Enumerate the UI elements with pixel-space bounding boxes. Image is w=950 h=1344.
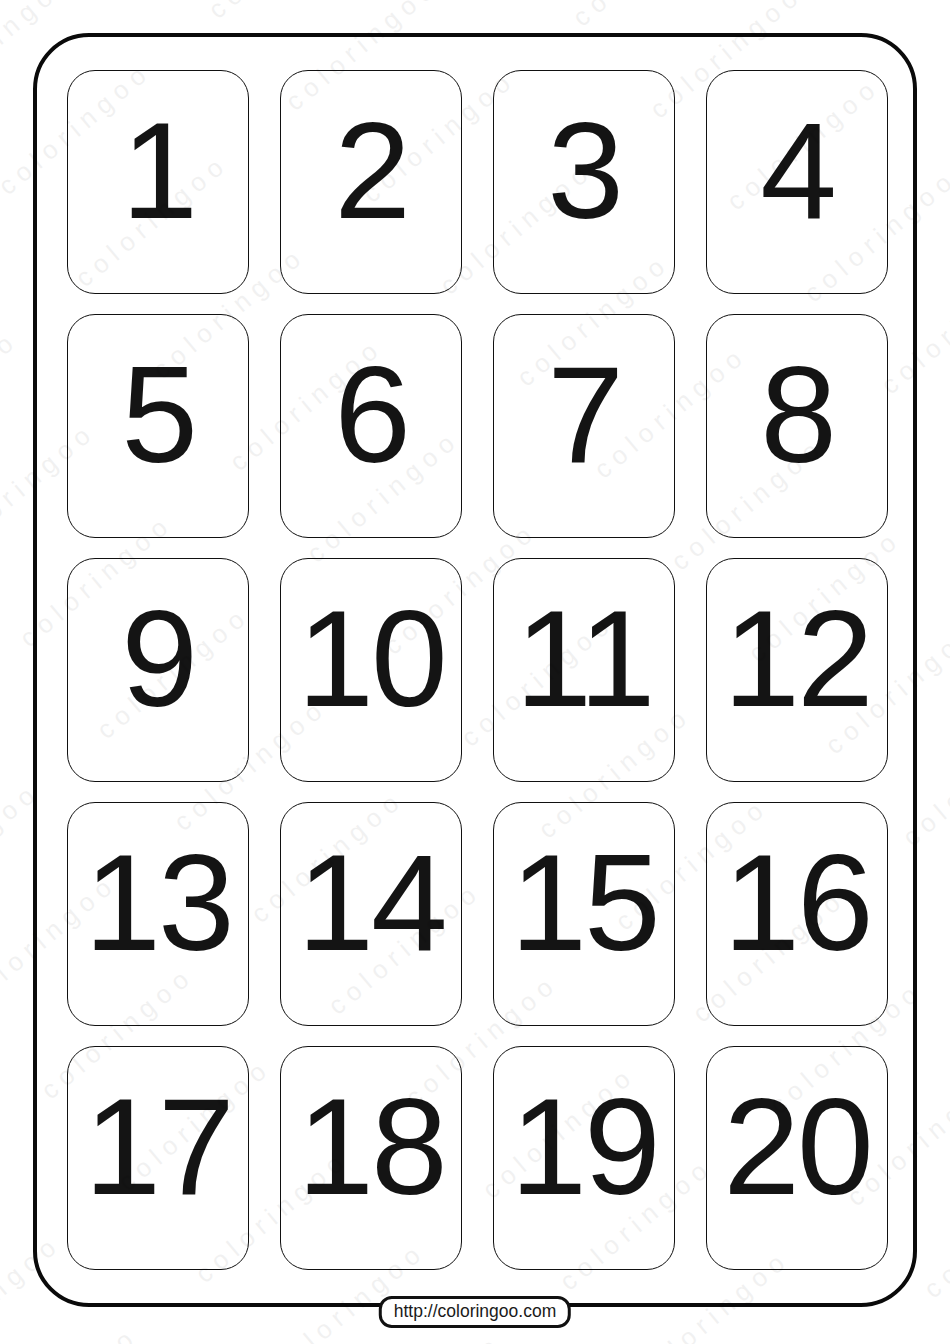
number-card: 7 (493, 314, 675, 538)
number-card: 12 (706, 558, 888, 782)
number-card: 11 (493, 558, 675, 782)
number-card: 20 (706, 1046, 888, 1270)
number-card: 6 (280, 314, 462, 538)
card-number: 18 (297, 1077, 445, 1215)
card-number: 15 (510, 833, 658, 971)
card-number: 11 (515, 589, 652, 727)
number-card: 3 (493, 70, 675, 294)
number-card-grid: 1234567891011121314151617181920 (67, 70, 888, 1270)
number-card: 13 (67, 802, 249, 1026)
number-card: 1 (67, 70, 249, 294)
number-card: 17 (67, 1046, 249, 1270)
card-number: 13 (84, 833, 232, 971)
number-card: 15 (493, 802, 675, 1026)
card-number: 20 (723, 1077, 871, 1215)
card-number: 3 (547, 101, 621, 239)
number-card: 5 (67, 314, 249, 538)
number-card: 10 (280, 558, 462, 782)
card-number: 5 (121, 345, 195, 483)
card-number: 2 (334, 101, 408, 239)
number-card: 2 (280, 70, 462, 294)
number-card: 8 (706, 314, 888, 538)
worksheet-page: coloringoo coloringoo coloringoo colorin… (0, 0, 950, 1344)
number-card: 18 (280, 1046, 462, 1270)
card-number: 6 (334, 345, 408, 483)
card-number: 8 (760, 345, 834, 483)
number-card: 19 (493, 1046, 675, 1270)
number-card: 9 (67, 558, 249, 782)
card-number: 19 (510, 1077, 658, 1215)
number-card: 16 (706, 802, 888, 1026)
footer-url: http://coloringoo.com (394, 1301, 556, 1321)
card-number: 14 (297, 833, 445, 971)
card-number: 9 (121, 589, 195, 727)
card-number: 17 (84, 1077, 232, 1215)
number-card: 14 (280, 802, 462, 1026)
card-number: 16 (723, 833, 871, 971)
footer-badge: http://coloringoo.com (379, 1296, 571, 1328)
card-number: 10 (297, 589, 445, 727)
card-number: 7 (547, 345, 621, 483)
number-card: 4 (706, 70, 888, 294)
card-number: 12 (723, 589, 871, 727)
card-number: 4 (760, 101, 834, 239)
card-number: 1 (121, 101, 195, 239)
